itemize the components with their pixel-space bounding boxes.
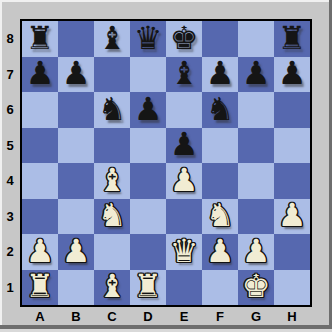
white-rook[interactable]: ♜ xyxy=(134,270,163,302)
square-d6[interactable]: ♟ xyxy=(130,92,166,128)
square-g7[interactable]: ♟ xyxy=(238,57,274,93)
black-pawn[interactable]: ♟ xyxy=(170,128,199,160)
square-b7[interactable]: ♟ xyxy=(58,57,94,93)
rank-label-7: 7 xyxy=(0,57,20,93)
square-g1[interactable]: ♚ xyxy=(238,270,274,306)
white-bishop[interactable]: ♝ xyxy=(98,164,127,196)
square-b5[interactable] xyxy=(58,128,94,164)
file-label-a: A xyxy=(22,309,58,325)
square-b1[interactable] xyxy=(58,270,94,306)
black-rook[interactable]: ♜ xyxy=(278,22,307,54)
square-b3[interactable] xyxy=(58,199,94,235)
black-pawn[interactable]: ♟ xyxy=(26,57,55,89)
rank-label-8: 8 xyxy=(0,21,20,57)
square-g2[interactable]: ♟ xyxy=(238,234,274,270)
black-pawn[interactable]: ♟ xyxy=(206,57,235,89)
square-c2[interactable] xyxy=(94,234,130,270)
chess-board[interactable]: ♜♝♛♚♜♟♟♝♟♟♟♞♟♞♟♝♟♞♞♟♟♟♛♟♟♜♝♜♚ xyxy=(20,19,312,307)
rank-label-2: 2 xyxy=(0,234,20,270)
square-g5[interactable] xyxy=(238,128,274,164)
file-label-h: H xyxy=(274,309,310,325)
white-pawn[interactable]: ♟ xyxy=(62,235,91,267)
white-pawn[interactable]: ♟ xyxy=(26,235,55,267)
square-b8[interactable] xyxy=(58,21,94,57)
square-d4[interactable] xyxy=(130,163,166,199)
white-bishop[interactable]: ♝ xyxy=(98,270,127,302)
black-knight[interactable]: ♞ xyxy=(98,93,127,125)
file-label-e: E xyxy=(166,309,202,325)
file-label-g: G xyxy=(238,309,274,325)
black-pawn[interactable]: ♟ xyxy=(242,57,271,89)
rank-labels: 87654321 xyxy=(0,21,20,305)
square-a4[interactable] xyxy=(22,163,58,199)
square-g4[interactable] xyxy=(238,163,274,199)
square-e8[interactable]: ♚ xyxy=(166,21,202,57)
square-g3[interactable] xyxy=(238,199,274,235)
square-a5[interactable] xyxy=(22,128,58,164)
square-b2[interactable]: ♟ xyxy=(58,234,94,270)
white-knight[interactable]: ♞ xyxy=(98,199,127,231)
square-c5[interactable] xyxy=(94,128,130,164)
square-c7[interactable] xyxy=(94,57,130,93)
square-b6[interactable] xyxy=(58,92,94,128)
square-h7[interactable]: ♟ xyxy=(274,57,310,93)
square-a8[interactable]: ♜ xyxy=(22,21,58,57)
square-c3[interactable]: ♞ xyxy=(94,199,130,235)
square-f7[interactable]: ♟ xyxy=(202,57,238,93)
square-g8[interactable] xyxy=(238,21,274,57)
rank-label-1: 1 xyxy=(0,270,20,306)
black-pawn[interactable]: ♟ xyxy=(278,57,307,89)
rank-label-4: 4 xyxy=(0,163,20,199)
square-d2[interactable] xyxy=(130,234,166,270)
file-label-d: D xyxy=(130,309,166,325)
square-c4[interactable]: ♝ xyxy=(94,163,130,199)
square-g6[interactable] xyxy=(238,92,274,128)
file-label-f: F xyxy=(202,309,238,325)
square-e2[interactable]: ♛ xyxy=(166,234,202,270)
square-d1[interactable]: ♜ xyxy=(130,270,166,306)
square-f2[interactable]: ♟ xyxy=(202,234,238,270)
square-f1[interactable] xyxy=(202,270,238,306)
square-h4[interactable] xyxy=(274,163,310,199)
square-h6[interactable] xyxy=(274,92,310,128)
square-c8[interactable]: ♝ xyxy=(94,21,130,57)
square-b4[interactable] xyxy=(58,163,94,199)
square-f6[interactable]: ♞ xyxy=(202,92,238,128)
white-queen[interactable]: ♛ xyxy=(170,235,199,267)
board-frame: 87654321 ♜♝♛♚♜♟♟♝♟♟♟♞♟♞♟♝♟♞♞♟♟♟♛♟♟♜♝♜♚ A… xyxy=(0,0,332,332)
square-f8[interactable] xyxy=(202,21,238,57)
white-pawn[interactable]: ♟ xyxy=(278,199,307,231)
file-labels: ABCDEFGH xyxy=(22,309,310,325)
rank-label-3: 3 xyxy=(0,199,20,235)
square-a3[interactable] xyxy=(22,199,58,235)
square-h1[interactable] xyxy=(274,270,310,306)
square-h2[interactable] xyxy=(274,234,310,270)
square-e7[interactable]: ♝ xyxy=(166,57,202,93)
square-d7[interactable] xyxy=(130,57,166,93)
square-e3[interactable] xyxy=(166,199,202,235)
square-e6[interactable] xyxy=(166,92,202,128)
white-pawn[interactable]: ♟ xyxy=(242,235,271,267)
square-a6[interactable] xyxy=(22,92,58,128)
square-f3[interactable]: ♞ xyxy=(202,199,238,235)
square-d5[interactable] xyxy=(130,128,166,164)
square-a7[interactable]: ♟ xyxy=(22,57,58,93)
black-rook[interactable]: ♜ xyxy=(26,22,55,54)
square-d8[interactable]: ♛ xyxy=(130,21,166,57)
square-d3[interactable] xyxy=(130,199,166,235)
square-c1[interactable]: ♝ xyxy=(94,270,130,306)
rank-label-5: 5 xyxy=(0,128,20,164)
square-h3[interactable]: ♟ xyxy=(274,199,310,235)
file-label-c: C xyxy=(94,309,130,325)
rank-label-6: 6 xyxy=(0,92,20,128)
square-c6[interactable]: ♞ xyxy=(94,92,130,128)
black-king[interactable]: ♚ xyxy=(170,22,199,54)
white-knight[interactable]: ♞ xyxy=(206,199,235,231)
black-bishop[interactable]: ♝ xyxy=(170,57,199,89)
black-bishop[interactable]: ♝ xyxy=(98,22,127,54)
square-h5[interactable] xyxy=(274,128,310,164)
square-a1[interactable]: ♜ xyxy=(22,270,58,306)
square-h8[interactable]: ♜ xyxy=(274,21,310,57)
black-queen[interactable]: ♛ xyxy=(134,22,163,54)
black-knight[interactable]: ♞ xyxy=(206,93,235,125)
square-a2[interactable]: ♟ xyxy=(22,234,58,270)
square-e5[interactable]: ♟ xyxy=(166,128,202,164)
square-f4[interactable] xyxy=(202,163,238,199)
square-e4[interactable]: ♟ xyxy=(166,163,202,199)
white-rook[interactable]: ♜ xyxy=(26,270,55,302)
black-pawn[interactable]: ♟ xyxy=(134,93,163,125)
white-pawn[interactable]: ♟ xyxy=(170,164,199,196)
black-pawn[interactable]: ♟ xyxy=(62,57,91,89)
file-label-b: B xyxy=(58,309,94,325)
white-pawn[interactable]: ♟ xyxy=(206,235,235,267)
white-king[interactable]: ♚ xyxy=(242,270,271,302)
square-f5[interactable] xyxy=(202,128,238,164)
square-e1[interactable] xyxy=(166,270,202,306)
